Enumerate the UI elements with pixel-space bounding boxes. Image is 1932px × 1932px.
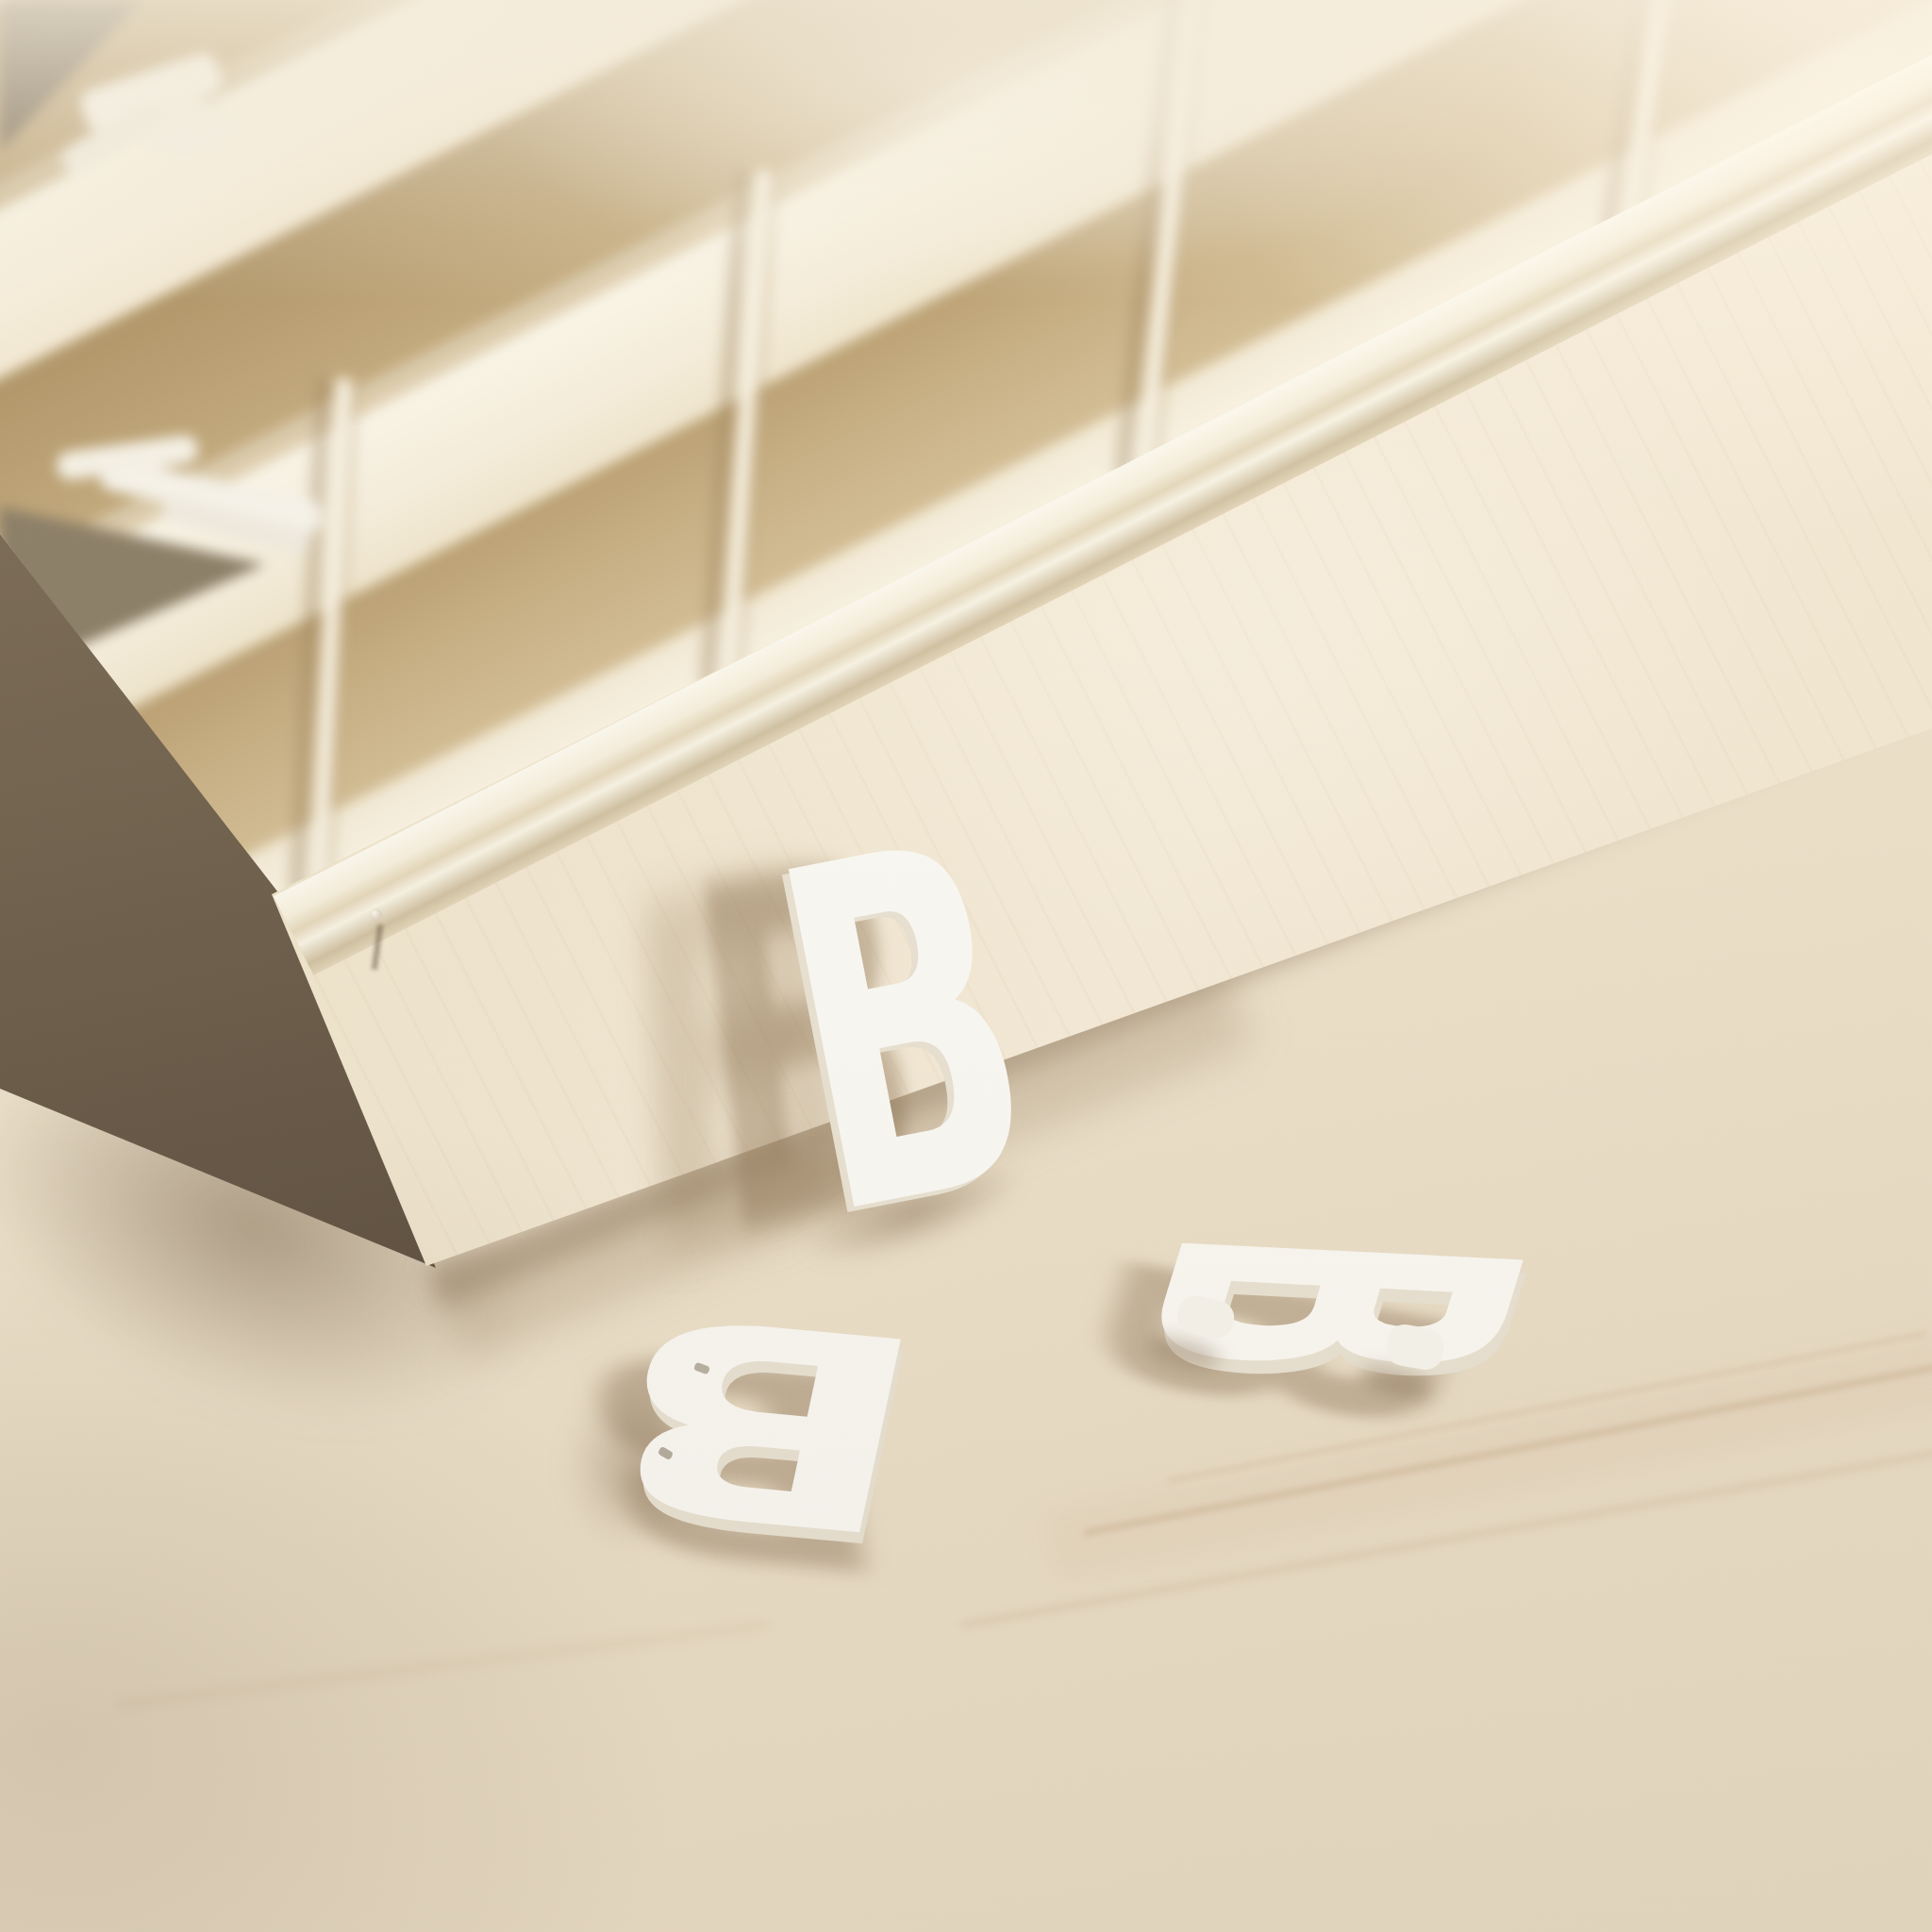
photo-scene: B B B B B B B B B B xyxy=(0,0,1932,1932)
nail-pin xyxy=(370,908,382,921)
fallen-left-letter-b: B xyxy=(591,1307,939,1534)
table-grain-streak xyxy=(115,1620,772,1709)
